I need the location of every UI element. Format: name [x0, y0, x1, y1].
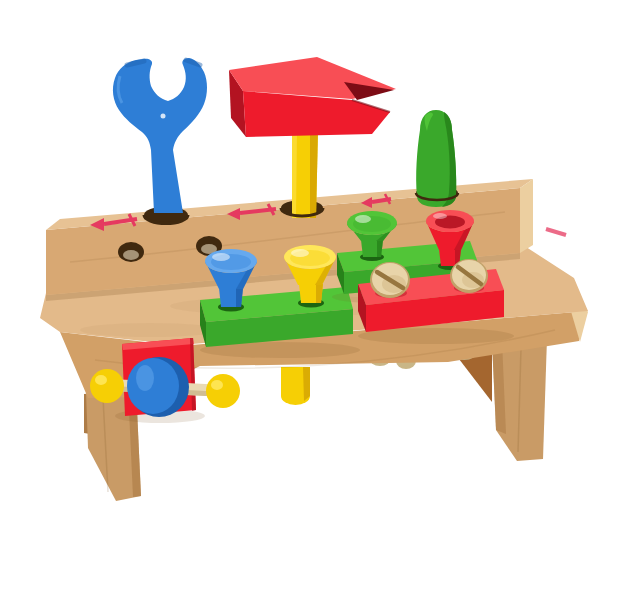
hammer-head-front-face [243, 91, 390, 137]
vise-ball-right [206, 374, 240, 408]
screwdriver [416, 110, 458, 207]
wrench-body [113, 58, 207, 213]
rail-hole-left-glint [123, 250, 139, 260]
yellow-dowel-peg-shade [303, 367, 310, 401]
bolt-yellow-glint [291, 249, 309, 257]
bolt-green-glint [355, 215, 371, 223]
bench-top-pink-dash [546, 229, 566, 235]
bench-top-grain-2 [80, 323, 220, 337]
red-block-shadow [358, 328, 514, 344]
wood-screw-left [370, 262, 410, 298]
vise-wheel-face [127, 358, 179, 414]
wrench [113, 58, 207, 224]
vise-wheel-highlight [136, 365, 154, 391]
vise-ball-left [90, 369, 124, 403]
vise-ball-left-glint [95, 375, 107, 385]
bolt-red-glint [433, 213, 447, 219]
wood-screw-right [450, 259, 488, 293]
vise-ball-right-glint [211, 380, 223, 390]
rail-right-end-face [520, 179, 533, 253]
toy-workbench-illustration [0, 0, 644, 600]
toy-workbench-photo [0, 0, 644, 600]
wrench-glint [161, 114, 166, 119]
bolt-blue-glint [212, 253, 230, 261]
